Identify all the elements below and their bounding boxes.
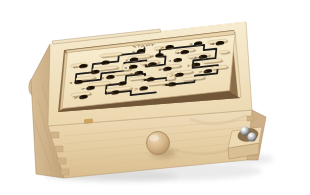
hole-number: 5: [73, 65, 78, 68]
hole-number: 1: [131, 50, 136, 53]
ball-highlight: [242, 128, 244, 130]
ball-tray: [228, 126, 262, 159]
hole-number: 7: [124, 59, 129, 62]
labyrinth-scene: 1234567891011121314151617181920212223242…: [0, 0, 310, 195]
steel-ball: [240, 126, 249, 135]
knob-highlight: [149, 135, 159, 142]
front-knob: [147, 132, 170, 155]
steel-ball: [247, 132, 256, 141]
product-photo-labyrinth-game: 1234567891011121314151617181920212223242…: [0, 0, 310, 195]
ball-highlight: [249, 134, 251, 136]
brand-stamp: [84, 118, 93, 123]
hole-number: 2: [160, 46, 165, 49]
